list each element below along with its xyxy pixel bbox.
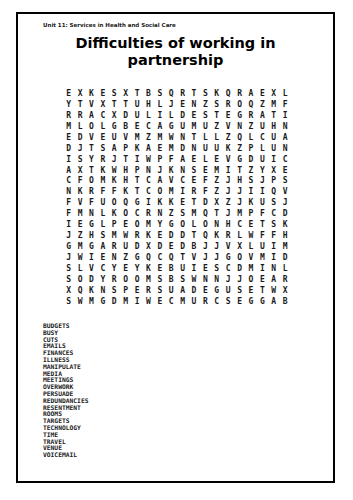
grid-cell: G xyxy=(97,296,108,307)
grid-cell: R xyxy=(74,110,85,121)
grid-cell: U xyxy=(188,296,199,307)
grid-cell: L xyxy=(97,208,108,219)
grid-cell: T xyxy=(188,132,199,143)
grid-cell: D xyxy=(120,110,131,121)
grid-cell: F xyxy=(86,197,97,208)
grid-cell: I xyxy=(222,165,233,176)
grid-cell: H xyxy=(279,230,290,241)
grid-cell: L xyxy=(200,132,211,143)
unit-label: Unit 11: Services in Health and Social C… xyxy=(43,22,176,28)
grid-cell: E xyxy=(200,285,211,296)
grid-cell: J xyxy=(200,252,211,263)
grid-cell: C xyxy=(131,208,142,219)
grid-cell: C xyxy=(97,110,108,121)
grid-cell: U xyxy=(268,132,279,143)
grid-cell: W xyxy=(143,296,154,307)
grid-cell: N xyxy=(154,208,165,219)
grid-cell: I xyxy=(86,252,97,263)
grid-cell: N xyxy=(279,121,290,132)
grid-cell: U xyxy=(257,154,268,165)
grid-cell: A xyxy=(279,132,290,143)
grid-cell: T xyxy=(131,186,142,197)
grid-cell: C xyxy=(63,176,74,187)
grid-cell: U xyxy=(109,132,120,143)
grid-cell: H xyxy=(120,176,131,187)
grid-cell: X xyxy=(143,241,154,252)
grid-cell: B xyxy=(166,274,177,285)
grid-cell: T xyxy=(109,99,120,110)
grid-cell: P xyxy=(109,219,120,230)
grid-cell: M xyxy=(177,296,188,307)
grid-cell: I xyxy=(154,110,165,121)
grid-cell: J xyxy=(200,241,211,252)
grid-cell: A xyxy=(97,241,108,252)
grid-cell: M xyxy=(143,219,154,230)
grid-cell: G xyxy=(257,296,268,307)
grid-cell: P xyxy=(245,208,256,219)
grid-cell: J xyxy=(63,230,74,241)
grid-cell: O xyxy=(74,274,85,285)
grid-cell: X xyxy=(74,88,85,99)
grid-cell: D xyxy=(109,296,120,307)
grid-cell: L xyxy=(74,263,85,274)
grid-cell: W xyxy=(74,252,85,263)
grid-cell: Q xyxy=(222,88,233,99)
grid-cell: L xyxy=(143,110,154,121)
grid-cell: D xyxy=(74,132,85,143)
grid-cell: E xyxy=(200,263,211,274)
grid-cell: J xyxy=(234,197,245,208)
grid-cell: T xyxy=(234,165,245,176)
grid-cell: K xyxy=(154,197,165,208)
grid-cell: G xyxy=(86,241,97,252)
grid-cell: S xyxy=(279,176,290,187)
grid-cell: T xyxy=(120,99,131,110)
grid-cell: S xyxy=(109,285,120,296)
grid-cell: S xyxy=(268,219,279,230)
grid-cell: Z xyxy=(245,165,256,176)
grid-cell: I xyxy=(257,263,268,274)
grid-cell: U xyxy=(257,241,268,252)
page-title-text: Difficulties of working in partnership xyxy=(50,35,302,69)
grid-cell: V xyxy=(86,263,97,274)
grid-cell: A xyxy=(154,121,165,132)
grid-cell: H xyxy=(120,165,131,176)
grid-cell: V xyxy=(222,121,233,132)
grid-cell: E xyxy=(131,285,142,296)
grid-cell: J xyxy=(109,154,120,165)
grid-cell: S xyxy=(211,263,222,274)
grid-cell: L xyxy=(188,219,199,230)
grid-cell: L xyxy=(97,219,108,230)
grid-cell: B xyxy=(166,263,177,274)
grid-cell: L xyxy=(200,154,211,165)
grid-cell: J xyxy=(154,165,165,176)
grid-cell: Q xyxy=(143,252,154,263)
grid-cell: E xyxy=(63,132,74,143)
grid-cell: J xyxy=(222,208,233,219)
grid-cell: K xyxy=(166,165,177,176)
grid-cell: U xyxy=(177,263,188,274)
grid-cell: N xyxy=(268,263,279,274)
grid-cell: X xyxy=(268,88,279,99)
grid-cell: T xyxy=(188,197,199,208)
grid-cell: O xyxy=(120,208,131,219)
grid-cell: E xyxy=(188,176,199,187)
grid-cell: W xyxy=(74,296,85,307)
grid-cell: J xyxy=(257,176,268,187)
grid-cell: N xyxy=(188,99,199,110)
grid-cell: T xyxy=(188,88,199,99)
grid-cell: V xyxy=(120,132,131,143)
grid-cell: G xyxy=(86,219,97,230)
grid-cell: E xyxy=(257,88,268,99)
grid-cell: E xyxy=(120,219,131,230)
grid-cell: Z xyxy=(166,208,177,219)
grid-cell: F xyxy=(166,154,177,165)
grid-cell: O xyxy=(200,219,211,230)
grid-cell: N xyxy=(63,186,74,197)
worksheet-page: Unit 11: Services in Health and Social C… xyxy=(16,12,335,483)
grid-cell: E xyxy=(245,285,256,296)
grid-cell: G xyxy=(109,121,120,132)
grid-cell: C xyxy=(97,263,108,274)
grid-cell: L xyxy=(74,121,85,132)
grid-cell: S xyxy=(245,176,256,187)
grid-cell: U xyxy=(131,99,142,110)
grid-cell: X xyxy=(120,88,131,99)
grid-cell: F xyxy=(268,230,279,241)
grid-cell: X xyxy=(268,165,279,176)
grid-cell: M xyxy=(74,208,85,219)
grid-cell: E xyxy=(177,99,188,110)
grid-cell: M xyxy=(154,132,165,143)
grid-cell: R xyxy=(222,230,233,241)
grid-cell: X xyxy=(63,285,74,296)
grid-cell: Z xyxy=(143,132,154,143)
grid-cell: Y xyxy=(86,154,97,165)
grid-cell: I xyxy=(131,154,142,165)
grid-cell: J xyxy=(211,241,222,252)
grid-cell: L xyxy=(97,121,108,132)
grid-cell: K xyxy=(166,197,177,208)
grid-cell: F xyxy=(257,208,268,219)
grid-cell: T xyxy=(268,110,279,121)
grid-cell: R xyxy=(131,230,142,241)
grid-cell: P xyxy=(120,285,131,296)
grid-cell: A xyxy=(63,165,74,176)
grid-cell: T xyxy=(211,110,222,121)
word-list-item: VOICEMAIL xyxy=(43,452,89,459)
grid-cell: W xyxy=(109,165,120,176)
grid-cell: D xyxy=(86,274,97,285)
grid-cell: Q xyxy=(234,132,245,143)
grid-cell: Z xyxy=(74,230,85,241)
grid-cell: R xyxy=(109,274,120,285)
grid-cell: V xyxy=(86,99,97,110)
grid-cell: I xyxy=(63,154,74,165)
grid-cell: N xyxy=(279,143,290,154)
grid-cell: Q xyxy=(74,285,85,296)
grid-cell: F xyxy=(257,230,268,241)
grid-cell: E xyxy=(234,296,245,307)
grid-cell: F xyxy=(63,208,74,219)
grid-cell: V xyxy=(166,176,177,187)
grid-cell: Z xyxy=(234,143,245,154)
grid-cell: C xyxy=(257,132,268,143)
grid-cell: F xyxy=(109,186,120,197)
grid-cell: Q xyxy=(200,230,211,241)
grid-cell: I xyxy=(268,241,279,252)
grid-cell: Y xyxy=(131,263,142,274)
grid-cell: J xyxy=(211,252,222,263)
grid-cell: D xyxy=(200,197,211,208)
word-search-grid: EXKESXTBSQRTSKQRAEXLYTVXTTUHLJENZSROQZMF… xyxy=(63,88,291,307)
grid-cell: O xyxy=(120,274,131,285)
grid-cell: K xyxy=(245,197,256,208)
grid-cell: V xyxy=(222,241,233,252)
grid-cell: T xyxy=(177,252,188,263)
grid-cell: S xyxy=(154,285,165,296)
grid-cell: N xyxy=(177,132,188,143)
grid-cell: E xyxy=(211,154,222,165)
grid-cell: E xyxy=(97,252,108,263)
grid-cell: V xyxy=(74,197,85,208)
grid-cell: G xyxy=(166,219,177,230)
grid-cell: Q xyxy=(268,186,279,197)
grid-cell: I xyxy=(188,263,199,274)
grid-cell: E xyxy=(131,121,142,132)
grid-cell: E xyxy=(154,263,165,274)
grid-cell: E xyxy=(154,296,165,307)
grid-cell: W xyxy=(166,132,177,143)
grid-cell: D xyxy=(245,154,256,165)
grid-cell: J xyxy=(63,252,74,263)
grid-cell: M xyxy=(257,252,268,263)
grid-cell: I xyxy=(268,252,279,263)
grid-cell: E xyxy=(245,219,256,230)
grid-cell: E xyxy=(222,110,233,121)
grid-cell: N xyxy=(97,285,108,296)
grid-cell: L xyxy=(245,241,256,252)
grid-cell: N xyxy=(234,121,245,132)
grid-cell: H xyxy=(234,176,245,187)
grid-cell: X xyxy=(279,285,290,296)
grid-cell: L xyxy=(154,99,165,110)
grid-cell: D xyxy=(234,263,245,274)
word-list: BUDGETSBUSYCUTSEMAILSFINANCESILLNESSMANI… xyxy=(43,323,89,459)
grid-cell: Y xyxy=(257,165,268,176)
grid-cell: U xyxy=(97,197,108,208)
grid-cell: K xyxy=(97,165,108,176)
grid-cell: R xyxy=(222,99,233,110)
grid-cell: Y xyxy=(63,99,74,110)
grid-cell: G xyxy=(131,252,142,263)
grid-cell: Z xyxy=(200,99,211,110)
grid-cell: N xyxy=(211,274,222,285)
grid-cell: M xyxy=(97,176,108,187)
grid-cell: T xyxy=(257,285,268,296)
grid-cell: E xyxy=(154,143,165,154)
grid-cell: D xyxy=(177,230,188,241)
grid-cell: R xyxy=(177,88,188,99)
grid-cell: U xyxy=(222,285,233,296)
grid-cell: L xyxy=(279,263,290,274)
grid-cell: X xyxy=(74,165,85,176)
grid-cell: R xyxy=(86,186,97,197)
grid-cell: G xyxy=(222,252,233,263)
grid-cell: J xyxy=(279,197,290,208)
grid-cell: B xyxy=(279,296,290,307)
grid-cell: W xyxy=(188,274,199,285)
grid-cell: D xyxy=(63,143,74,154)
grid-cell: U xyxy=(200,143,211,154)
grid-cell: A xyxy=(245,88,256,99)
grid-cell: K xyxy=(86,285,97,296)
grid-cell: Q xyxy=(200,208,211,219)
grid-cell: K xyxy=(131,143,142,154)
grid-cell: C xyxy=(166,296,177,307)
grid-cell: S xyxy=(211,99,222,110)
grid-cell: R xyxy=(188,186,199,197)
page-title: Difficulties of working in partnership xyxy=(18,35,333,69)
grid-cell: E xyxy=(177,197,188,208)
grid-cell: F xyxy=(200,186,211,197)
grid-cell: E xyxy=(154,230,165,241)
grid-cell: I xyxy=(279,110,290,121)
grid-cell: O xyxy=(86,176,97,187)
grid-cell: F xyxy=(74,176,85,187)
grid-cell: S xyxy=(63,296,74,307)
grid-cell: E xyxy=(166,241,177,252)
grid-cell: M xyxy=(166,143,177,154)
grid-cell: H xyxy=(222,219,233,230)
grid-cell: S xyxy=(154,274,165,285)
grid-cell: W xyxy=(120,230,131,241)
grid-cell: O xyxy=(234,252,245,263)
grid-cell: Q xyxy=(245,99,256,110)
grid-cell: Z xyxy=(222,132,233,143)
grid-cell: D xyxy=(154,241,165,252)
grid-cell: L xyxy=(279,88,290,99)
grid-cell: I xyxy=(177,186,188,197)
grid-cell: M xyxy=(211,165,222,176)
grid-cell: C xyxy=(211,296,222,307)
grid-cell: P xyxy=(120,143,131,154)
grid-cell: J xyxy=(166,99,177,110)
grid-cell: G xyxy=(211,285,222,296)
grid-cell: M xyxy=(188,208,199,219)
grid-cell: K xyxy=(86,88,97,99)
grid-cell: K xyxy=(109,208,120,219)
grid-cell: S xyxy=(177,208,188,219)
grid-cell: I xyxy=(63,219,74,230)
grid-cell: N xyxy=(211,219,222,230)
grid-cell: G xyxy=(234,154,245,165)
grid-cell: T xyxy=(257,219,268,230)
grid-cell: E xyxy=(74,219,85,230)
grid-cell: K xyxy=(74,186,85,197)
grid-cell: T xyxy=(131,88,142,99)
grid-cell: T xyxy=(86,143,97,154)
grid-cell: Z xyxy=(211,186,222,197)
grid-cell: T xyxy=(86,165,97,176)
grid-cell: Z xyxy=(257,99,268,110)
grid-cell: X xyxy=(109,110,120,121)
grid-cell: D xyxy=(177,110,188,121)
grid-cell: D xyxy=(131,241,142,252)
grid-cell: R xyxy=(245,110,256,121)
grid-cell: D xyxy=(279,252,290,263)
grid-cell: G xyxy=(166,121,177,132)
grid-cell: U xyxy=(257,121,268,132)
grid-cell: T xyxy=(188,230,199,241)
grid-cell: O xyxy=(177,219,188,230)
grid-cell: U xyxy=(177,121,188,132)
grid-cell: H xyxy=(86,230,97,241)
grid-cell: E xyxy=(188,110,199,121)
grid-cell: A xyxy=(109,143,120,154)
grid-cell: Z xyxy=(211,176,222,187)
grid-cell: L xyxy=(211,132,222,143)
grid-cell: D xyxy=(279,208,290,219)
grid-cell: N xyxy=(200,274,211,285)
grid-cell: A xyxy=(177,154,188,165)
grid-cell: L xyxy=(166,110,177,121)
grid-cell: F xyxy=(97,186,108,197)
grid-cell: U xyxy=(131,110,142,121)
grid-cell: T xyxy=(120,154,131,165)
grid-cell: M xyxy=(245,263,256,274)
grid-cell: C xyxy=(222,263,233,274)
grid-cell: S xyxy=(200,110,211,121)
grid-cell: C xyxy=(268,208,279,219)
grid-cell: A xyxy=(177,285,188,296)
grid-cell: S xyxy=(268,197,279,208)
grid-cell: Y xyxy=(154,219,165,230)
grid-cell: Y xyxy=(97,274,108,285)
grid-cell: S xyxy=(188,165,199,176)
grid-cell: C xyxy=(143,121,154,132)
grid-cell: V xyxy=(188,252,199,263)
grid-cell: U xyxy=(166,285,177,296)
grid-cell: O xyxy=(86,121,97,132)
grid-cell: Q xyxy=(166,252,177,263)
grid-cell: M xyxy=(188,121,199,132)
grid-cell: O xyxy=(245,274,256,285)
grid-cell: O xyxy=(109,197,120,208)
grid-cell: U xyxy=(211,143,222,154)
grid-cell: P xyxy=(154,154,165,165)
grid-cell: T xyxy=(74,99,85,110)
grid-cell: U xyxy=(200,121,211,132)
grid-cell: Q xyxy=(120,197,131,208)
grid-cell: X xyxy=(234,241,245,252)
grid-cell: C xyxy=(143,186,154,197)
grid-cell: M xyxy=(131,132,142,143)
grid-cell: S xyxy=(97,143,108,154)
grid-cell: C xyxy=(154,252,165,263)
grid-cell: R xyxy=(143,285,154,296)
grid-cell: K xyxy=(109,176,120,187)
grid-cell: M xyxy=(234,208,245,219)
grid-cell: K xyxy=(143,263,154,274)
grid-cell: C xyxy=(177,176,188,187)
grid-cell: G xyxy=(234,110,245,121)
grid-cell: S xyxy=(74,154,85,165)
grid-cell: W xyxy=(268,285,279,296)
grid-cell: S xyxy=(109,88,120,99)
